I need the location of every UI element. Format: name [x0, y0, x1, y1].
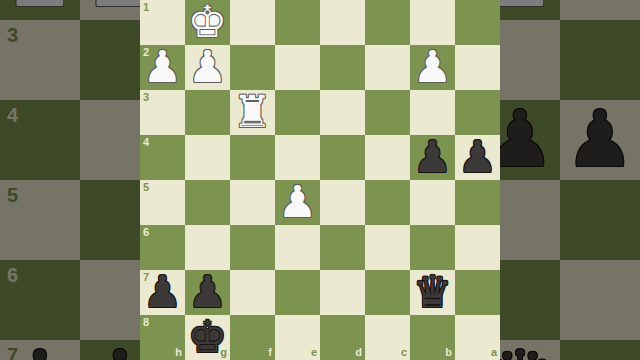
square-f4[interactable]: [230, 135, 275, 180]
file-label-a: a: [491, 347, 497, 358]
rank-label-2: 2: [143, 47, 149, 58]
square-b3[interactable]: [410, 90, 455, 135]
square-g6[interactable]: [185, 225, 230, 270]
square-a3[interactable]: [455, 90, 500, 135]
square-b1[interactable]: [410, 0, 455, 45]
black-pawn[interactable]: ♟: [413, 135, 452, 179]
rank-label-6: 6: [143, 227, 149, 238]
square-e7[interactable]: [275, 270, 320, 315]
file-label-f: f: [268, 347, 272, 358]
square-d8[interactable]: d: [320, 315, 365, 360]
square-h6[interactable]: 6: [140, 225, 185, 270]
square-d4[interactable]: [320, 135, 365, 180]
square-g7[interactable]: ♟: [185, 270, 230, 315]
square-d6[interactable]: [320, 225, 365, 270]
square-a4[interactable]: ♟: [455, 135, 500, 180]
square-a6[interactable]: [455, 225, 500, 270]
rank-label-7: 7: [143, 272, 149, 283]
square-h5[interactable]: 5: [140, 180, 185, 225]
square-e2[interactable]: [275, 45, 320, 90]
square-c2[interactable]: [365, 45, 410, 90]
square-e6[interactable]: [275, 225, 320, 270]
square-h2[interactable]: ♟2: [140, 45, 185, 90]
square-d7[interactable]: [320, 270, 365, 315]
file-label-c: c: [401, 347, 407, 358]
white-pawn[interactable]: ♟: [413, 45, 452, 89]
file-label-g: g: [220, 347, 227, 358]
square-f2[interactable]: [230, 45, 275, 90]
square-b2[interactable]: ♟: [410, 45, 455, 90]
rank-label-3: 3: [143, 92, 149, 103]
white-pawn[interactable]: ♟: [278, 180, 317, 224]
square-c8[interactable]: c: [365, 315, 410, 360]
square-a5[interactable]: [455, 180, 500, 225]
square-f3[interactable]: ♜: [230, 90, 275, 135]
square-b5[interactable]: [410, 180, 455, 225]
square-c4[interactable]: [365, 135, 410, 180]
square-c1[interactable]: [365, 0, 410, 45]
black-queen[interactable]: ♛: [413, 270, 452, 314]
square-b8[interactable]: b: [410, 315, 455, 360]
square-a8[interactable]: a: [455, 315, 500, 360]
square-f6[interactable]: [230, 225, 275, 270]
square-e8[interactable]: e: [275, 315, 320, 360]
square-c3[interactable]: [365, 90, 410, 135]
square-a2[interactable]: [455, 45, 500, 90]
square-h4[interactable]: 4: [140, 135, 185, 180]
square-e4[interactable]: [275, 135, 320, 180]
square-e1[interactable]: [275, 0, 320, 45]
square-g3[interactable]: [185, 90, 230, 135]
square-e3[interactable]: [275, 90, 320, 135]
app-window: 1♚♟2♟♟3♜4♟♟5♟6♟7♟♛8h♚gfedcba 1♚♟2♟♟3♜4♟♟…: [0, 0, 640, 360]
square-g4[interactable]: [185, 135, 230, 180]
square-f7[interactable]: [230, 270, 275, 315]
square-g2[interactable]: ♟: [185, 45, 230, 90]
square-g8[interactable]: ♚g: [185, 315, 230, 360]
square-a7[interactable]: [455, 270, 500, 315]
square-f1[interactable]: [230, 0, 275, 45]
white-rook[interactable]: ♜: [233, 90, 272, 134]
white-king[interactable]: ♚: [188, 0, 227, 44]
white-pawn[interactable]: ♟: [188, 45, 227, 89]
black-pawn[interactable]: ♟: [188, 270, 227, 314]
square-d3[interactable]: [320, 90, 365, 135]
black-pawn[interactable]: ♟: [458, 135, 497, 179]
square-c6[interactable]: [365, 225, 410, 270]
rank-label-5: 5: [143, 182, 149, 193]
chess-board[interactable]: 1♚♟2♟♟3♜4♟♟5♟6♟7♟♛8h♚gfedcba: [140, 0, 500, 360]
square-g1[interactable]: ♚: [185, 0, 230, 45]
square-b4[interactable]: ♟: [410, 135, 455, 180]
rank-label-4: 4: [143, 137, 149, 148]
square-e5[interactable]: ♟: [275, 180, 320, 225]
square-b6[interactable]: [410, 225, 455, 270]
rank-label-8: 8: [143, 317, 149, 328]
square-h3[interactable]: 3: [140, 90, 185, 135]
square-f5[interactable]: [230, 180, 275, 225]
square-c7[interactable]: [365, 270, 410, 315]
file-label-b: b: [445, 347, 452, 358]
file-label-e: e: [311, 347, 317, 358]
square-a1[interactable]: [455, 0, 500, 45]
square-h7[interactable]: ♟7: [140, 270, 185, 315]
file-label-h: h: [175, 347, 182, 358]
square-d5[interactable]: [320, 180, 365, 225]
square-h1[interactable]: 1: [140, 0, 185, 45]
square-g5[interactable]: [185, 180, 230, 225]
square-c5[interactable]: [365, 180, 410, 225]
square-b7[interactable]: ♛: [410, 270, 455, 315]
square-h8[interactable]: 8h: [140, 315, 185, 360]
square-f8[interactable]: f: [230, 315, 275, 360]
rank-label-1: 1: [143, 2, 149, 13]
square-d1[interactable]: [320, 0, 365, 45]
file-label-d: d: [355, 347, 362, 358]
square-d2[interactable]: [320, 45, 365, 90]
